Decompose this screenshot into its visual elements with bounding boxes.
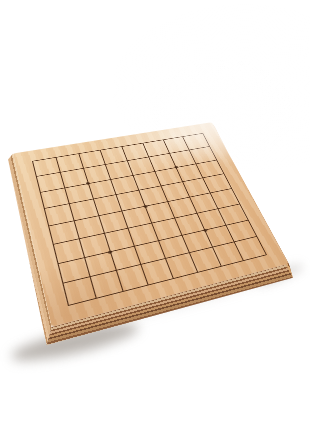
product-photo-stage <box>0 0 310 430</box>
board-shadow-bottom-left <box>9 317 141 368</box>
goban-grid <box>32 133 267 306</box>
go-board-surface <box>13 122 289 327</box>
